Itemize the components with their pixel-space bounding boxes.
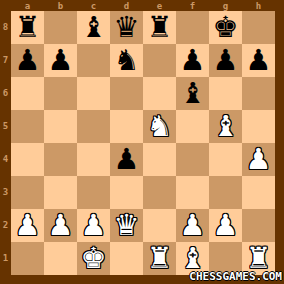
chess-board: ♜♝♛♜♚♟♟♞♟♟♟♝♞♝♟♟♟♟♟♛♟♟♚♜♝♜ — [11, 11, 275, 275]
piece-white-pawn: ♟ — [246, 143, 272, 176]
square-a6[interactable] — [11, 77, 44, 110]
file-label-h: h — [242, 0, 275, 11]
square-d4[interactable]: ♟ — [110, 143, 143, 176]
piece-white-queen: ♛ — [114, 209, 140, 242]
square-c8[interactable]: ♝ — [77, 11, 110, 44]
piece-black-rook: ♜ — [147, 11, 173, 44]
square-b1[interactable] — [44, 242, 77, 275]
square-c7[interactable] — [77, 44, 110, 77]
square-a1[interactable] — [11, 242, 44, 275]
file-label-d: d — [110, 0, 143, 11]
piece-black-bishop: ♝ — [180, 77, 206, 110]
square-f8[interactable] — [176, 11, 209, 44]
square-c4[interactable] — [77, 143, 110, 176]
rank-label-7: 7 — [0, 44, 11, 77]
square-h4[interactable]: ♟ — [242, 143, 275, 176]
square-h5[interactable] — [242, 110, 275, 143]
square-e5[interactable]: ♞ — [143, 110, 176, 143]
file-label-e: e — [143, 0, 176, 11]
square-d6[interactable] — [110, 77, 143, 110]
square-f5[interactable] — [176, 110, 209, 143]
square-b3[interactable] — [44, 176, 77, 209]
rank-label-1: 1 — [0, 242, 11, 275]
square-h7[interactable]: ♟ — [242, 44, 275, 77]
square-a7[interactable]: ♟ — [11, 44, 44, 77]
square-b7[interactable]: ♟ — [44, 44, 77, 77]
square-g5[interactable]: ♝ — [209, 110, 242, 143]
piece-white-pawn: ♟ — [213, 209, 239, 242]
file-label-a: a — [11, 0, 44, 11]
file-label-c: c — [77, 0, 110, 11]
square-a3[interactable] — [11, 176, 44, 209]
square-b5[interactable] — [44, 110, 77, 143]
rank-label-4: 4 — [0, 143, 11, 176]
square-f3[interactable] — [176, 176, 209, 209]
rank-label-5: 5 — [0, 110, 11, 143]
square-b2[interactable]: ♟ — [44, 209, 77, 242]
file-label-b: b — [44, 0, 77, 11]
square-a8[interactable]: ♜ — [11, 11, 44, 44]
square-a2[interactable]: ♟ — [11, 209, 44, 242]
square-g8[interactable]: ♚ — [209, 11, 242, 44]
piece-black-pawn: ♟ — [15, 44, 41, 77]
square-b6[interactable] — [44, 77, 77, 110]
square-e8[interactable]: ♜ — [143, 11, 176, 44]
square-e6[interactable] — [143, 77, 176, 110]
square-b8[interactable] — [44, 11, 77, 44]
square-d8[interactable]: ♛ — [110, 11, 143, 44]
piece-black-bishop: ♝ — [81, 11, 107, 44]
rank-label-3: 3 — [0, 176, 11, 209]
piece-black-pawn: ♟ — [180, 44, 206, 77]
square-g4[interactable] — [209, 143, 242, 176]
chessboard-frame: abcdefgh 87654321 ♜♝♛♜♚♟♟♞♟♟♟♝♞♝♟♟♟♟♟♛♟♟… — [0, 0, 284, 284]
piece-black-rook: ♜ — [15, 11, 41, 44]
rank-labels: 87654321 — [0, 11, 11, 275]
piece-black-pawn: ♟ — [48, 44, 74, 77]
square-h8[interactable] — [242, 11, 275, 44]
square-e1[interactable]: ♜ — [143, 242, 176, 275]
square-b4[interactable] — [44, 143, 77, 176]
piece-white-pawn: ♟ — [180, 209, 206, 242]
piece-black-queen: ♛ — [114, 11, 140, 44]
rank-label-2: 2 — [0, 209, 11, 242]
square-f4[interactable] — [176, 143, 209, 176]
square-d5[interactable] — [110, 110, 143, 143]
piece-black-pawn: ♟ — [213, 44, 239, 77]
square-e3[interactable] — [143, 176, 176, 209]
square-g6[interactable] — [209, 77, 242, 110]
piece-black-king: ♚ — [213, 11, 239, 44]
site-watermark[interactable]: CHESSGAMES.COM — [189, 271, 282, 283]
rank-label-6: 6 — [0, 77, 11, 110]
square-g7[interactable]: ♟ — [209, 44, 242, 77]
square-e7[interactable] — [143, 44, 176, 77]
piece-white-rook: ♜ — [147, 242, 173, 275]
square-e2[interactable] — [143, 209, 176, 242]
piece-black-knight: ♞ — [114, 44, 140, 77]
square-g3[interactable] — [209, 176, 242, 209]
square-f6[interactable]: ♝ — [176, 77, 209, 110]
square-c6[interactable] — [77, 77, 110, 110]
piece-black-pawn: ♟ — [114, 143, 140, 176]
square-h2[interactable] — [242, 209, 275, 242]
square-d1[interactable] — [110, 242, 143, 275]
square-d7[interactable]: ♞ — [110, 44, 143, 77]
square-c1[interactable]: ♚ — [77, 242, 110, 275]
square-h3[interactable] — [242, 176, 275, 209]
square-c5[interactable] — [77, 110, 110, 143]
file-label-g: g — [209, 0, 242, 11]
piece-white-pawn: ♟ — [15, 209, 41, 242]
square-a4[interactable] — [11, 143, 44, 176]
square-e4[interactable] — [143, 143, 176, 176]
rank-label-8: 8 — [0, 11, 11, 44]
piece-white-knight: ♞ — [147, 110, 173, 143]
square-h6[interactable] — [242, 77, 275, 110]
square-a5[interactable] — [11, 110, 44, 143]
piece-white-king: ♚ — [81, 242, 107, 275]
piece-white-pawn: ♟ — [81, 209, 107, 242]
piece-white-bishop: ♝ — [213, 110, 239, 143]
square-g2[interactable]: ♟ — [209, 209, 242, 242]
square-f2[interactable]: ♟ — [176, 209, 209, 242]
file-label-f: f — [176, 0, 209, 11]
square-d2[interactable]: ♛ — [110, 209, 143, 242]
piece-white-pawn: ♟ — [48, 209, 74, 242]
file-labels: abcdefgh — [11, 0, 275, 11]
square-f7[interactable]: ♟ — [176, 44, 209, 77]
square-c3[interactable] — [77, 176, 110, 209]
square-d3[interactable] — [110, 176, 143, 209]
square-c2[interactable]: ♟ — [77, 209, 110, 242]
piece-black-pawn: ♟ — [246, 44, 272, 77]
